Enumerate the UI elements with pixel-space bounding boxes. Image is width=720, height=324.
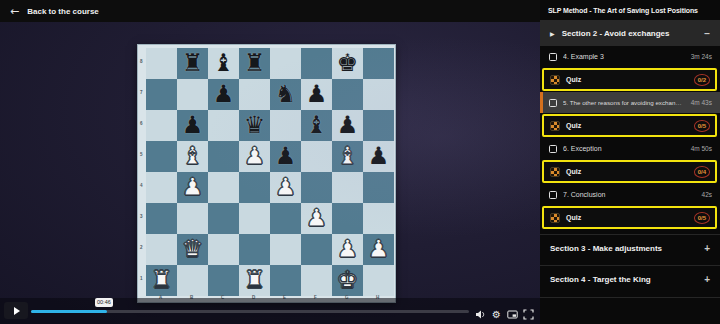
sidebar-divider [540, 297, 720, 298]
section-4-label: Section 4 - Target the King [550, 275, 704, 284]
white-r-piece: ♜ [239, 265, 270, 295]
rank-label-2: 2 [140, 246, 143, 251]
lesson-item-exception[interactable]: 6. Exception 4m 50s [540, 138, 720, 159]
square-b3 [177, 203, 208, 234]
square-h3 [363, 203, 394, 234]
black-b-piece: ♝ [208, 48, 239, 78]
course-title: SLP Method - The Art of Saving Lost Posi… [540, 0, 720, 20]
rank-label-8: 8 [140, 60, 143, 65]
lesson-checkbox[interactable] [549, 99, 557, 107]
black-k-piece: ♚ [332, 48, 363, 78]
square-g4 [332, 172, 363, 203]
expand-plus-icon[interactable]: + [704, 243, 710, 254]
quiz-highlight-box: Quiz 0/4 [542, 160, 717, 183]
square-e7: ♞ [270, 79, 301, 110]
square-h6 [363, 110, 394, 141]
playhead-time-tooltip: 00:46 [95, 298, 113, 307]
square-h1 [363, 265, 394, 296]
square-b1 [177, 265, 208, 296]
back-arrow-icon[interactable]: ← [10, 6, 19, 17]
square-c2 [208, 234, 239, 265]
quiz-score-badge: 0/5 [694, 120, 710, 132]
volume-icon[interactable] [475, 309, 486, 320]
white-b-piece: ♝ [332, 141, 363, 171]
white-p-piece: ♟ [363, 234, 394, 264]
square-a5 [146, 141, 177, 172]
quiz-board-icon [550, 121, 560, 131]
white-k-piece: ♚ [332, 265, 363, 295]
lesson-label: 6. Exception [563, 145, 685, 152]
chess-board: ♜♝♜♚♟♞♟♟♛♝♟♝♟♟♝♟♟♟♟♛♟♟♜♜♚ 87654321ABCDEF… [137, 44, 396, 303]
square-a4 [146, 172, 177, 203]
square-c5 [208, 141, 239, 172]
player-right-controls: ⚙ [475, 309, 534, 320]
seek-bar-progress [31, 310, 107, 313]
square-e2 [270, 234, 301, 265]
quiz-score-badge: 0/2 [694, 74, 710, 86]
section-3-label: Section 3 - Make adjustments [550, 244, 704, 253]
quiz-label: Quiz [566, 168, 688, 175]
square-f8 [301, 48, 332, 79]
square-b8: ♜ [177, 48, 208, 79]
quiz-item-2[interactable]: Quiz 0/5 [540, 113, 720, 138]
square-c3 [208, 203, 239, 234]
quiz-board-icon [550, 213, 560, 223]
square-d8: ♜ [239, 48, 270, 79]
lesson-label: 7. Conclusion [563, 191, 696, 198]
square-e5: ♟ [270, 141, 301, 172]
square-b5: ♝ [177, 141, 208, 172]
picture-in-picture-icon[interactable] [507, 309, 518, 320]
square-h8 [363, 48, 394, 79]
rank-label-7: 7 [140, 91, 143, 96]
square-f6: ♝ [301, 110, 332, 141]
white-p-piece: ♟ [177, 172, 208, 202]
square-b6: ♟ [177, 110, 208, 141]
white-r-piece: ♜ [146, 265, 177, 295]
square-h5: ♟ [363, 141, 394, 172]
white-b-piece: ♝ [177, 141, 208, 171]
black-p-piece: ♟ [177, 110, 208, 140]
course-player-window: ← Back to the course ♜♝♜♚♟♞♟♟♛♝♟♝♟♟♝♟♟♟♟… [0, 0, 720, 324]
expand-plus-icon[interactable]: + [704, 274, 710, 285]
black-r-piece: ♜ [239, 48, 270, 78]
quiz-highlight-box: Quiz 0/5 [542, 206, 717, 229]
rank-label-6: 6 [140, 122, 143, 127]
black-q-piece: ♛ [239, 110, 270, 140]
square-g7 [332, 79, 363, 110]
square-d4 [239, 172, 270, 203]
white-p-piece: ♟ [239, 141, 270, 171]
square-c1 [208, 265, 239, 296]
square-c6 [208, 110, 239, 141]
lesson-checkbox[interactable] [549, 191, 557, 199]
quiz-score-badge: 0/4 [694, 166, 710, 178]
collapse-minus-icon[interactable]: − [704, 28, 710, 39]
square-f4 [301, 172, 332, 203]
lesson-duration: 4m 43s [691, 99, 712, 106]
quiz-item-3[interactable]: Quiz 0/4 [540, 159, 720, 184]
square-f3: ♟ [301, 203, 332, 234]
square-g8: ♚ [332, 48, 363, 79]
player-controls-bar: 00:46 ⚙ [0, 298, 540, 324]
rank-label-1: 1 [140, 277, 143, 282]
square-e6 [270, 110, 301, 141]
black-p-piece: ♟ [363, 141, 394, 171]
fullscreen-icon[interactable] [523, 309, 534, 320]
square-d2 [239, 234, 270, 265]
quiz-board-icon [550, 75, 560, 85]
rank-label-4: 4 [140, 184, 143, 189]
square-d5: ♟ [239, 141, 270, 172]
square-c8: ♝ [208, 48, 239, 79]
square-d7 [239, 79, 270, 110]
white-p-piece: ♟ [270, 172, 301, 202]
black-p-piece: ♟ [208, 79, 239, 109]
back-to-course-link[interactable]: Back to the course [27, 7, 99, 16]
square-d1: ♜ [239, 265, 270, 296]
square-a6 [146, 110, 177, 141]
section-2-header[interactable]: ▶ Section 2 - Avoid exchanges − [540, 20, 720, 46]
lesson-duration: 3m 24s [691, 53, 712, 60]
chess-board-grid: ♜♝♜♚♟♞♟♟♛♝♟♝♟♟♝♟♟♟♟♛♟♟♜♜♚ [146, 48, 394, 296]
quiz-highlight-box: Quiz 0/5 [542, 114, 717, 137]
settings-gear-icon[interactable]: ⚙ [491, 309, 502, 320]
black-p-piece: ♟ [332, 110, 363, 140]
quiz-label: Quiz [566, 214, 688, 221]
black-n-piece: ♞ [270, 79, 301, 109]
section-4-header[interactable]: Section 4 - Target the King + [540, 265, 720, 292]
lesson-checkbox[interactable] [549, 145, 557, 153]
lesson-item-example-3[interactable]: 4. Example 3 3m 24s [540, 46, 720, 67]
white-p-piece: ♟ [301, 203, 332, 233]
square-e8 [270, 48, 301, 79]
quiz-label: Quiz [566, 122, 688, 129]
rank-label-5: 5 [140, 153, 143, 158]
quiz-label: Quiz [566, 76, 688, 83]
square-e3 [270, 203, 301, 234]
square-g1: ♚ [332, 265, 363, 296]
top-bar: ← Back to the course [0, 0, 540, 22]
square-b2: ♛ [177, 234, 208, 265]
quiz-score-badge: 0/5 [694, 212, 710, 224]
lesson-duration: 4m 50s [691, 145, 712, 152]
chevron-right-icon: ▶ [550, 30, 555, 37]
square-f7: ♟ [301, 79, 332, 110]
rank-label-3: 3 [140, 215, 143, 220]
play-button[interactable] [4, 302, 28, 319]
white-p-piece: ♟ [332, 234, 363, 264]
lesson-checkbox[interactable] [549, 53, 557, 61]
square-g2: ♟ [332, 234, 363, 265]
video-area[interactable]: ♜♝♜♚♟♞♟♟♛♝♟♝♟♟♝♟♟♟♟♛♟♟♜♜♚ 87654321ABCDEF… [0, 22, 540, 324]
square-f2 [301, 234, 332, 265]
white-q-piece: ♛ [177, 234, 208, 264]
square-b7 [177, 79, 208, 110]
black-r-piece: ♜ [177, 48, 208, 78]
lesson-item-conclusion[interactable]: 7. Conclusion 42s [540, 184, 720, 205]
square-g6: ♟ [332, 110, 363, 141]
square-h2: ♟ [363, 234, 394, 265]
play-icon [14, 307, 20, 315]
square-d3 [239, 203, 270, 234]
quiz-highlight-box: Quiz 0/2 [542, 68, 717, 91]
lesson-duration: 42s [702, 191, 712, 198]
square-e4: ♟ [270, 172, 301, 203]
square-a2 [146, 234, 177, 265]
square-a3 [146, 203, 177, 234]
square-f1 [301, 265, 332, 296]
quiz-board-icon [550, 167, 560, 177]
section-3-header[interactable]: Section 3 - Make adjustments + [540, 234, 720, 261]
square-a7 [146, 79, 177, 110]
square-g5: ♝ [332, 141, 363, 172]
square-h7 [363, 79, 394, 110]
lesson-label: 5. The other reasons for avoiding exchan… [563, 99, 685, 106]
black-p-piece: ♟ [270, 141, 301, 171]
square-a8 [146, 48, 177, 79]
video-stage: ← Back to the course ♜♝♜♚♟♞♟♟♛♝♟♝♟♟♝♟♟♟♟… [0, 0, 540, 324]
lesson-item-other-reasons[interactable]: 5. The other reasons for avoiding exchan… [540, 92, 720, 113]
lesson-label: 4. Example 3 [563, 53, 685, 60]
black-p-piece: ♟ [301, 79, 332, 109]
black-b-piece: ♝ [301, 110, 332, 140]
square-e1 [270, 265, 301, 296]
section-2-label: Section 2 - Avoid exchanges [562, 29, 698, 38]
square-a1: ♜ [146, 265, 177, 296]
square-h4 [363, 172, 394, 203]
square-b4: ♟ [177, 172, 208, 203]
square-f5 [301, 141, 332, 172]
quiz-item-4[interactable]: Quiz 0/5 [540, 205, 720, 230]
seek-bar[interactable] [31, 310, 469, 313]
square-d6: ♛ [239, 110, 270, 141]
square-g3 [332, 203, 363, 234]
course-sidebar: SLP Method - The Art of Saving Lost Posi… [540, 0, 720, 324]
quiz-item-1[interactable]: Quiz 0/2 [540, 67, 720, 92]
square-c7: ♟ [208, 79, 239, 110]
square-c4 [208, 172, 239, 203]
